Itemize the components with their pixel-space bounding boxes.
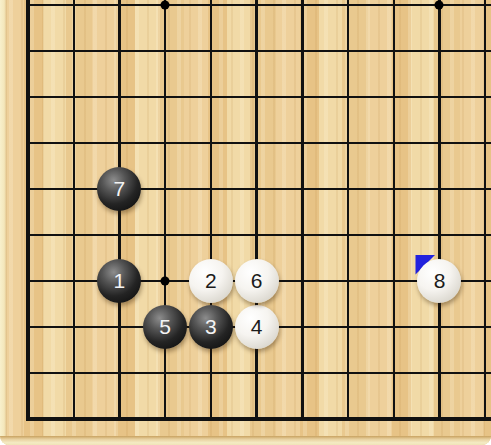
stone-white-k4[interactable]: 8: [417, 259, 461, 303]
go-board-diagram: 12345678: [0, 0, 491, 445]
stone-move-number: 2: [205, 269, 217, 293]
board-left-edge: [0, 0, 7, 445]
stone-black-e3[interactable]: 3: [189, 305, 233, 349]
star-point-d10: [161, 1, 170, 10]
stone-move-number: 1: [114, 269, 126, 293]
stone-move-number: 5: [159, 315, 171, 339]
go-board[interactable]: 12345678: [0, 0, 491, 445]
stone-move-number: 8: [434, 269, 446, 293]
stone-black-d3[interactable]: 5: [143, 305, 187, 349]
stone-white-f3[interactable]: 4: [235, 305, 279, 349]
stone-move-number: 3: [205, 315, 217, 339]
stone-move-number: 4: [251, 315, 263, 339]
board-bottom-edge: [0, 436, 491, 445]
star-point-d4: [161, 277, 170, 286]
stones-layer: 12345678: [0, 0, 491, 445]
stone-black-c4[interactable]: 1: [97, 259, 141, 303]
stone-white-f4[interactable]: 6: [235, 259, 279, 303]
stone-move-number: 7: [114, 177, 126, 201]
stone-black-c6[interactable]: 7: [97, 167, 141, 211]
stone-white-e4[interactable]: 2: [189, 259, 233, 303]
stone-move-number: 6: [251, 269, 263, 293]
star-point-k10: [435, 1, 444, 10]
